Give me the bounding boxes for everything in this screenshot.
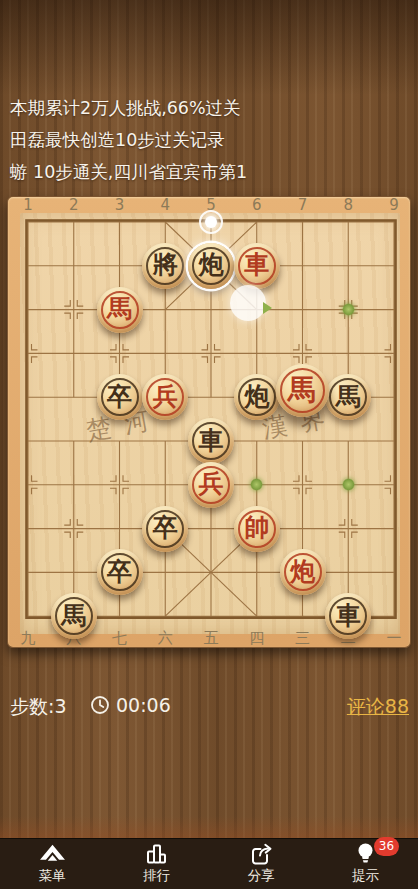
timer: 00:06 — [90, 694, 171, 716]
piece-red-炮[interactable]: 炮 — [280, 549, 326, 595]
timer-value: 00:06 — [116, 694, 171, 716]
piece-char: 將 — [153, 252, 178, 277]
piece-char: 兵 — [153, 384, 178, 409]
board-col-label-top: 7 — [298, 196, 308, 214]
nav-share-label: 分享 — [248, 867, 275, 885]
nav-share[interactable]: 分享 — [209, 839, 314, 889]
piece-black-車[interactable]: 車 — [188, 418, 234, 464]
piece-black-馬[interactable]: 馬 — [325, 374, 371, 420]
plank-band — [0, 816, 418, 838]
piece-black-將[interactable]: 將 — [142, 243, 188, 289]
piece-black-卒[interactable]: 卒 — [142, 506, 188, 552]
board-col-label-bottom: 三 — [295, 629, 310, 648]
board-col-label-bottom: 七 — [112, 629, 127, 648]
board-col-label-top: 2 — [69, 196, 79, 214]
board-col-label-top: 1 — [23, 196, 33, 214]
board-col-label-bottom: 九 — [21, 629, 36, 648]
nav-ranking[interactable]: 排行 — [105, 839, 210, 889]
legal-move-dot[interactable] — [250, 478, 263, 491]
piece-black-馬[interactable]: 馬 — [51, 593, 97, 639]
piece-char: 炮 — [199, 252, 224, 277]
board-col-label-bottom: 五 — [204, 629, 219, 648]
menu-up-icon — [39, 842, 66, 866]
piece-char: 兵 — [199, 471, 224, 496]
hint-badge: 36 — [374, 837, 399, 856]
clock-icon — [90, 695, 110, 715]
board-col-label-top: 6 — [252, 196, 262, 214]
piece-char: 馬 — [336, 384, 361, 409]
piece-red-車[interactable]: 車 — [234, 243, 280, 289]
piece-char: 炮 — [244, 384, 269, 409]
piece-red-兵[interactable]: 兵 — [188, 462, 234, 508]
piece-char: 馬 — [107, 296, 132, 321]
piece-char: 車 — [336, 603, 361, 628]
comments-link[interactable]: 评论88 — [347, 694, 409, 720]
board[interactable]: 楚河 漢界 123456789九八七六五四三二一將炮車馬卒兵炮馬馬車兵卒帥卒炮馬… — [0, 0, 418, 680]
piece-red-兵[interactable]: 兵 — [142, 374, 188, 420]
piece-char: 車 — [199, 428, 224, 453]
legal-move-dot[interactable] — [342, 303, 355, 316]
board-col-label-bottom: 四 — [249, 629, 264, 648]
board-col-label-top: 3 — [115, 196, 125, 214]
piece-char: 車 — [244, 252, 269, 277]
piece-char: 卒 — [107, 559, 132, 584]
nav-menu[interactable]: 菜单 — [0, 839, 105, 889]
piece-char: 馬 — [61, 603, 86, 628]
piece-red-馬[interactable]: 馬 — [276, 364, 329, 417]
board-col-label-bottom: 一 — [387, 629, 402, 648]
nav-hint-label: 提示 — [352, 867, 379, 885]
piece-char: 炮 — [290, 559, 315, 584]
piece-red-馬[interactable]: 馬 — [97, 287, 143, 333]
nav-ranking-label: 排行 — [143, 867, 170, 885]
piece-black-炮[interactable]: 炮 — [188, 243, 234, 289]
piece-black-車[interactable]: 車 — [325, 593, 371, 639]
xiangqi-app: 本期累计2万人挑战,66%过关 田磊最快创造10步过关记录 蝣 10步通关,四川… — [0, 0, 418, 889]
piece-black-卒[interactable]: 卒 — [97, 549, 143, 595]
piece-char: 帥 — [244, 515, 269, 540]
piece-char: 馬 — [288, 376, 316, 404]
board-col-label-top: 8 — [343, 196, 353, 214]
bottom-nav: 菜单 排行 分享 36 提示 — [0, 838, 418, 889]
hint-tap-marker — [230, 285, 266, 321]
piece-black-炮[interactable]: 炮 — [234, 374, 280, 420]
board-col-label-bottom: 六 — [158, 629, 173, 648]
piece-char: 卒 — [107, 384, 132, 409]
status-bar: 步数:3 00:06 评论88 — [0, 692, 418, 720]
board-col-label-top: 9 — [389, 196, 399, 214]
legal-move-dot[interactable] — [342, 478, 355, 491]
move-counter: 步数:3 — [10, 694, 67, 720]
piece-black-卒[interactable]: 卒 — [97, 374, 143, 420]
piece-char: 卒 — [153, 515, 178, 540]
board-col-label-top: 4 — [160, 196, 170, 214]
last-move-origin-marker — [205, 216, 217, 228]
ranking-icon — [143, 842, 170, 866]
share-icon — [248, 842, 275, 866]
nav-hint[interactable]: 36 提示 — [314, 839, 418, 889]
piece-red-帥[interactable]: 帥 — [234, 506, 280, 552]
nav-menu-label: 菜单 — [39, 867, 66, 885]
